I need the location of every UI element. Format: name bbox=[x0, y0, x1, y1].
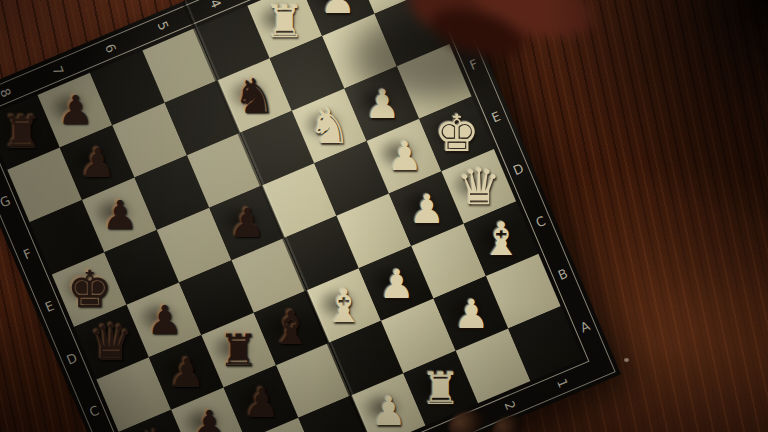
piece-white-knight-f3: ♞ bbox=[308, 98, 351, 154]
table-speck bbox=[624, 358, 629, 362]
piece-black-rook-c6: ♜ bbox=[219, 324, 259, 377]
piece-black-pawn-f7: ♟ bbox=[101, 192, 137, 238]
piece-black-queen-d8: ♛ bbox=[89, 313, 134, 371]
piece-black-knight-g4: ♞ bbox=[233, 68, 276, 124]
piece-white-rook-a3: ♜ bbox=[420, 362, 460, 415]
piece-black-pawn-b6: ♟ bbox=[243, 380, 279, 426]
piece-white-pawn-e2: ♟ bbox=[386, 133, 422, 179]
piece-black-knight-b8: ♞ bbox=[135, 419, 178, 432]
piece-black-pawn-c7: ♟ bbox=[168, 349, 204, 395]
piece-black-rook-h8: ♜ bbox=[2, 106, 42, 159]
piece-black-pawn-h7: ♟ bbox=[57, 87, 93, 133]
piece-white-pawn-b2: ♟ bbox=[453, 290, 489, 336]
piece-white-pawn-c3: ♟ bbox=[378, 260, 414, 306]
piece-white-pawn-a4: ♟ bbox=[370, 388, 406, 432]
piece-black-bishop-c5: ♝ bbox=[271, 301, 312, 355]
piece-white-pawn-h2: ♟ bbox=[319, 0, 355, 22]
piece-white-queen-d1: ♛ bbox=[456, 157, 501, 215]
piece-white-king-e1: ♚ bbox=[434, 104, 480, 163]
piece-black-pawn-e5: ♟ bbox=[229, 200, 265, 246]
piece-black-pawn-b7: ♟ bbox=[191, 402, 227, 432]
piece-black-pawn-g7: ♟ bbox=[79, 140, 115, 186]
piece-black-pawn-d7: ♟ bbox=[146, 297, 182, 343]
piece-white-rook-h3: ♜ bbox=[265, 0, 305, 47]
piece-white-bishop-c1: ♝ bbox=[480, 212, 521, 266]
piece-white-pawn-d2: ♟ bbox=[408, 186, 444, 232]
piece-white-bishop-c4: ♝ bbox=[323, 279, 364, 333]
piece-black-king-e8: ♚ bbox=[66, 260, 112, 319]
chess-photo-scene: ♜♟♜♟♟♞♟♞♟♚♟♟♚♛♟♟♛♟♜♝♝♟♝♞♟♟♟♟♜ 87654321 8… bbox=[0, 0, 768, 432]
